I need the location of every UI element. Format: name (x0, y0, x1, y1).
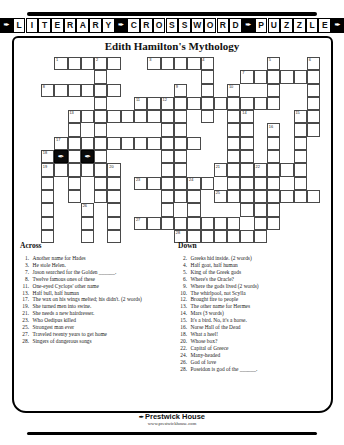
clue-item: 10.The whirlpool, not Scylla (178, 290, 330, 297)
grid-cell[interactable] (147, 137, 160, 150)
crossword-grid: 123456789101112131415161718✒✒19202122232… (41, 57, 320, 243)
grid-cell[interactable]: 26 (81, 203, 94, 216)
clue-item-text: Singers of dangerous songs (33, 338, 92, 345)
clue-item-text: Capital of Greece (191, 345, 229, 352)
grid-cell[interactable] (187, 217, 200, 230)
grid-cell[interactable] (254, 70, 267, 83)
grid-cell[interactable]: 15 (294, 110, 307, 123)
grid-cell[interactable] (214, 97, 227, 110)
grid-cell[interactable] (174, 150, 187, 163)
grid-cell[interactable]: 19 (41, 163, 54, 176)
grid-cell[interactable] (161, 123, 174, 136)
clue-item-text: Norse Hall of the Dead (191, 324, 241, 331)
across-clue-list: 1.Another name for Hades3.He stole Helen… (20, 255, 172, 345)
grid-cell[interactable]: 21 (214, 163, 227, 176)
grid-cell[interactable] (214, 217, 227, 230)
grid-cell[interactable]: 14 (240, 110, 253, 123)
grid-cell[interactable] (240, 163, 253, 176)
grid-cell[interactable] (201, 177, 214, 190)
clue-item-number: 22. (178, 345, 187, 352)
grid-cell[interactable] (94, 177, 107, 190)
grid-cell[interactable] (81, 110, 94, 123)
grid-cell[interactable] (227, 163, 240, 176)
clue-number: 20 (109, 165, 113, 169)
grid-cell[interactable]: 18 (41, 150, 54, 163)
grid-cell[interactable]: 10 (227, 84, 240, 97)
grid-cell[interactable] (94, 163, 107, 176)
clue-item-text: Half bull, half human (33, 290, 79, 297)
grid-cell[interactable]: 13 (68, 110, 81, 123)
grid-cell[interactable] (174, 190, 187, 203)
grid-cell[interactable] (134, 137, 147, 150)
grid-cell[interactable] (147, 177, 160, 190)
clue-item-text: The other name for Hermes (191, 303, 251, 310)
clue-item: 24.Many-headed (178, 352, 330, 359)
letter-tile: O (204, 18, 217, 33)
clue-item-text: King of the Greek gods (191, 269, 242, 276)
clue-item-text: Another name for Hades (33, 255, 86, 262)
grid-cell[interactable] (254, 97, 267, 110)
grid-cell[interactable] (294, 70, 307, 83)
grid-cell[interactable] (267, 97, 280, 110)
clue-item-text: What a heel! (191, 331, 219, 338)
grid-cell[interactable] (240, 203, 253, 216)
letter-tile: R (89, 18, 102, 33)
grid-cell[interactable] (107, 57, 120, 70)
grid-cell[interactable] (107, 137, 120, 150)
clue-item-number: 4. (178, 262, 187, 269)
grid-cell[interactable]: 1 (54, 57, 67, 70)
grid-cell[interactable]: 20 (107, 163, 120, 176)
grid-cell[interactable] (294, 177, 307, 190)
grid-cell[interactable] (94, 137, 107, 150)
grid-cell[interactable] (94, 123, 107, 136)
grid-cell[interactable] (267, 177, 280, 190)
grid-cell[interactable] (294, 190, 307, 203)
clue-item: 1.Another name for Hades (20, 255, 172, 262)
grid-cell[interactable] (174, 217, 187, 230)
grid-cell[interactable] (240, 177, 253, 190)
letter-tile: A (76, 18, 89, 33)
grid-cell[interactable] (147, 110, 160, 123)
grid-cell[interactable] (307, 84, 320, 97)
grid-cell[interactable] (81, 84, 94, 97)
grid-cell[interactable]: 16 (267, 123, 280, 136)
clue-number: 1 (56, 58, 58, 62)
grid-cell[interactable]: 7 (240, 70, 253, 83)
grid-cell[interactable] (107, 84, 120, 97)
quill-icon: ✒ (139, 414, 144, 420)
grid-cell[interactable] (227, 137, 240, 150)
top-rule (27, 12, 317, 16)
grid-cell[interactable] (54, 163, 67, 176)
grid-cell[interactable] (201, 97, 214, 110)
grid-cell[interactable] (121, 110, 134, 123)
clue-item: 11.One-eyed Cyclops' other name (20, 283, 172, 290)
clue-number: 24 (189, 178, 193, 182)
clue-item-text: She needs a new hairdresser. (33, 310, 95, 317)
clue-item-number: 6. (178, 276, 187, 283)
down-clues: Down 2.Greeks hid inside. (2 words)4.Hal… (178, 241, 330, 372)
grid-cell[interactable] (227, 123, 240, 136)
grid-cell[interactable]: 25 (214, 190, 227, 203)
grid-cell[interactable] (81, 137, 94, 150)
letter-tile: C (127, 18, 140, 33)
grid-cell[interactable] (161, 177, 174, 190)
letter-tile: P (255, 18, 268, 33)
clue-item: 13.The other name for Hermes (178, 303, 330, 310)
clue-number: 11 (136, 98, 140, 102)
grid-cell[interactable] (267, 190, 280, 203)
clue-number: 28 (176, 231, 180, 235)
grid-cell[interactable] (294, 163, 307, 176)
grid-cell[interactable] (267, 150, 280, 163)
grid-cell[interactable] (41, 217, 54, 230)
clue-item-text: Half goat, half human (191, 262, 238, 269)
grid-cell[interactable] (267, 84, 280, 97)
letter-tile: R (64, 18, 77, 33)
grid-cell[interactable] (94, 70, 107, 83)
grid-cell[interactable] (161, 150, 174, 163)
grid-cell[interactable] (254, 203, 267, 216)
grid-cell[interactable] (201, 217, 214, 230)
clue-item-text: Whose box? (191, 338, 218, 345)
clue-item: 3.He stole Helen. (20, 262, 172, 269)
clue-item-number: 18. (178, 331, 187, 338)
clue-item-text: Where's the Oracle? (191, 276, 234, 283)
grid-cell[interactable] (174, 137, 187, 150)
grid-cell[interactable] (267, 163, 280, 176)
clue-number: 25 (216, 191, 220, 195)
clue-item: 18.What a heel! (178, 331, 330, 338)
letter-tile: L (306, 18, 319, 33)
grid-cell[interactable]: 11 (134, 97, 147, 110)
clue-number: 13 (69, 111, 73, 115)
clue-number: 21 (216, 165, 220, 169)
grid-cell[interactable] (254, 177, 267, 190)
letter-tile: O (153, 18, 166, 33)
grid-cell[interactable] (161, 203, 174, 216)
grid-cell[interactable]: 17 (54, 137, 67, 150)
clue-item-number: 23. (20, 317, 29, 324)
grid-cell[interactable] (94, 150, 107, 163)
grid-cell[interactable] (240, 190, 253, 203)
clue-number: 6 (309, 58, 311, 62)
clue-number: 12 (162, 98, 166, 102)
grid-cell[interactable]: 2 (94, 57, 107, 70)
grid-cell[interactable] (68, 84, 81, 97)
grid-cell[interactable] (68, 177, 81, 190)
grid-cell[interactable] (280, 190, 293, 203)
grid-cell[interactable] (227, 150, 240, 163)
grid-cell[interactable] (68, 190, 81, 203)
quill-icon: ✒ (84, 153, 90, 161)
clue-item-number: 21. (20, 310, 29, 317)
clue-item: 8.Twelve famous ones of these (20, 276, 172, 283)
clue-number: 17 (56, 138, 60, 142)
grid-cell[interactable] (161, 57, 174, 70)
grid-cell[interactable] (254, 217, 267, 230)
clue-item-number: 2. (178, 255, 187, 262)
grid-cell[interactable] (161, 110, 174, 123)
clue-number: 10 (229, 85, 233, 89)
grid-cell[interactable] (94, 190, 107, 203)
clue-item-text: The wax on his wings melted; his didn't.… (33, 296, 142, 303)
grid-cell[interactable] (187, 97, 200, 110)
clue-item: 27.Traveled twenty years to get home (20, 331, 172, 338)
clue-item-text: Brought fire to people (191, 296, 239, 303)
quill-icon: ✒ (58, 153, 64, 161)
grid-cell[interactable] (94, 110, 107, 123)
grid-cell[interactable] (227, 110, 240, 123)
grid-cell[interactable] (307, 190, 320, 203)
clue-number: 19 (43, 165, 47, 169)
clue-number: 5 (269, 58, 271, 62)
letter-tile: E (318, 18, 331, 33)
grid-cell[interactable] (187, 57, 200, 70)
clue-item-text: Mars (3 words) (191, 310, 224, 317)
clue-item: 19.She turned men into swine. (20, 303, 172, 310)
grid-cell[interactable]: 6 (307, 57, 320, 70)
clue-item-number: 17. (20, 296, 29, 303)
clue-item-text: Strongest man ever (33, 324, 75, 331)
grid-cell[interactable] (107, 177, 120, 190)
grid-cell[interactable]: 5 (267, 57, 280, 70)
clue-number: 8 (43, 85, 45, 89)
header-letter-tiles: ✒LITERARY✒CROSSWORD✒PUZZLE✒ (0, 18, 344, 33)
grid-cell[interactable] (134, 110, 147, 123)
clue-item-text: Greeks hid inside. (2 words) (191, 255, 252, 262)
logo-block-cell: ✒ (54, 150, 67, 163)
clue-item-number: 3. (20, 262, 29, 269)
clue-item-text: Where the gods lived (2 words) (191, 283, 259, 290)
clue-item-text: Twelve famous ones of these (33, 276, 96, 283)
clue-item-number: 15. (178, 317, 187, 324)
grid-cell[interactable] (307, 70, 320, 83)
puzzle-title: Edith Hamilton's Mythology (0, 40, 344, 52)
grid-cell[interactable] (68, 57, 81, 70)
across-clues: Across 1.Another name for Hades3.He stol… (20, 241, 172, 345)
footer: ✒Prestwick House www.prestwickhouse.com (0, 413, 344, 427)
grid-cell[interactable] (81, 57, 94, 70)
grid-cell[interactable] (107, 190, 120, 203)
grid-cell[interactable] (54, 84, 67, 97)
grid-cell[interactable] (174, 177, 187, 190)
grid-cell[interactable] (227, 190, 240, 203)
clue-item-number: 26. (178, 359, 187, 366)
letter-tile: Z (293, 18, 306, 33)
grid-cell[interactable] (187, 190, 200, 203)
grid-cell[interactable] (267, 203, 280, 216)
grid-cell[interactable] (94, 84, 107, 97)
clue-item-number: 9. (178, 283, 187, 290)
clue-item-number: 13. (178, 303, 187, 310)
grid-cell[interactable]: 12 (161, 97, 174, 110)
grid-cell[interactable] (227, 217, 240, 230)
letter-tile: E (51, 18, 64, 33)
clue-item: 28.Poseidon is god of the ______. (178, 366, 330, 373)
clue-number: 23 (136, 178, 140, 182)
clue-item: 16.Norse Hall of the Dead (178, 324, 330, 331)
clue-item-number: 10. (178, 290, 187, 297)
grid-cell[interactable] (161, 137, 174, 150)
grid-cell[interactable] (240, 150, 253, 163)
letter-tile: R (140, 18, 153, 33)
grid-cell[interactable] (240, 137, 253, 150)
letter-tile: Y (102, 18, 115, 33)
clue-item-number: 25. (20, 324, 29, 331)
grid-cell[interactable] (240, 97, 253, 110)
grid-cell[interactable] (174, 97, 187, 110)
grid-cell[interactable] (187, 137, 200, 150)
grid-cell[interactable] (201, 84, 214, 97)
clue-number: 15 (295, 111, 299, 115)
grid-cell[interactable] (267, 70, 280, 83)
grid-cell[interactable] (201, 70, 214, 83)
grid-cell[interactable] (68, 137, 81, 150)
grid-cell[interactable] (280, 70, 293, 83)
clue-item: 13.Half bull, half human (20, 290, 172, 297)
grid-cell[interactable] (294, 150, 307, 163)
grid-cell[interactable] (68, 123, 81, 136)
clue-item-text: Who Oedipus killed (33, 317, 76, 324)
grid-cell[interactable] (41, 190, 54, 203)
grid-cell[interactable]: 3 (147, 57, 160, 70)
letter-tile: T (38, 18, 51, 33)
grid-cell[interactable] (107, 110, 120, 123)
clue-item-text: Jason searched for the Golden ______. (33, 269, 117, 276)
grid-cell[interactable] (307, 123, 320, 136)
clue-item: 21.She needs a new hairdresser. (20, 310, 172, 317)
grid-cell[interactable] (121, 137, 134, 150)
grid-cell[interactable]: 4 (201, 57, 214, 70)
grid-cell[interactable] (254, 190, 267, 203)
clue-item: 9.Where the gods lived (2 words) (178, 283, 330, 290)
grid-cell[interactable] (68, 163, 81, 176)
grid-cell[interactable] (280, 163, 293, 176)
grid-cell[interactable] (81, 217, 94, 230)
grid-cell[interactable] (267, 217, 280, 230)
publisher-brand: ✒Prestwick House (0, 413, 344, 421)
clue-item-text: One-eyed Cyclops' other name (33, 283, 99, 290)
across-heading: Across (20, 241, 172, 250)
quill-logo-tile: ✒ (331, 18, 344, 33)
clue-number: 7 (242, 71, 244, 75)
down-heading: Down (178, 241, 330, 250)
grid-cell[interactable] (227, 177, 240, 190)
clue-item-text: He stole Helen. (33, 262, 66, 269)
clue-number: 26 (83, 204, 87, 208)
clue-item-text: She turned men into swine. (33, 303, 92, 310)
grid-cell[interactable]: 8 (41, 84, 54, 97)
clue-item-text: It's a bird. No, it's a horse. (191, 317, 247, 324)
clue-item-number: 11. (20, 283, 29, 290)
publisher-name: Prestwick House (145, 412, 205, 421)
grid-cell[interactable] (174, 57, 187, 70)
grid-cell[interactable] (41, 177, 54, 190)
clue-number: 16 (269, 125, 273, 129)
letter-tile: R (217, 18, 230, 33)
clue-number: 22 (256, 165, 260, 169)
grid-cell[interactable] (240, 123, 253, 136)
grid-cell[interactable] (267, 137, 280, 150)
clue-item: 25.Strongest man ever (20, 324, 172, 331)
clue-item-text: Many-headed (191, 352, 221, 359)
clue-number: 2 (96, 58, 98, 62)
grid-cell[interactable] (201, 110, 214, 123)
clue-item: 4.Half goat, half human (178, 262, 330, 269)
grid-cell[interactable] (161, 190, 174, 203)
clue-item-number: 27. (20, 331, 29, 338)
grid-cell[interactable] (187, 203, 200, 216)
grid-cell[interactable] (307, 97, 320, 110)
clue-item: 28.Singers of dangerous songs (20, 338, 172, 345)
grid-cell[interactable]: 22 (254, 163, 267, 176)
grid-cell[interactable] (294, 137, 307, 150)
grid-cell[interactable] (174, 163, 187, 176)
grid-cell[interactable] (147, 97, 160, 110)
publisher-url: www.prestwickhouse.com (0, 422, 344, 427)
grid-cell[interactable]: 23 (134, 177, 147, 190)
puzzle-page: ✒LITERARY✒CROSSWORD✒PUZZLE✒ Edith Hamilt… (0, 0, 344, 445)
grid-cell[interactable] (161, 163, 174, 176)
grid-cell[interactable] (68, 150, 81, 163)
clue-number: 27 (136, 218, 140, 222)
clue-number: 3 (149, 58, 151, 62)
down-clue-list: 2.Greeks hid inside. (2 words)4.Half goa… (178, 255, 330, 372)
clue-item: 12.Brought fire to people (178, 296, 330, 303)
clue-item: 7.Jason searched for the Golden ______. (20, 269, 172, 276)
quill-logo-tile: ✒ (115, 18, 128, 33)
clue-item: 2.Greeks hid inside. (2 words) (178, 255, 330, 262)
clue-item: 5.King of the Greek gods (178, 269, 330, 276)
grid-cell[interactable] (81, 163, 94, 176)
grid-cell[interactable] (174, 110, 187, 123)
grid-cell[interactable] (94, 97, 107, 110)
clue-item: 6.Where's the Oracle? (178, 276, 330, 283)
grid-cell[interactable] (41, 203, 54, 216)
grid-cell[interactable] (294, 123, 307, 136)
clue-item-number: 20. (178, 338, 187, 345)
clue-item-number: 5. (178, 269, 187, 276)
clue-item-text: Poseidon is god of the ______. (191, 366, 258, 373)
clue-item: 22.Capital of Greece (178, 345, 330, 352)
clue-item: 14.Mars (3 words) (178, 310, 330, 317)
grid-cell[interactable] (161, 217, 174, 230)
quill-logo-tile: ✒ (242, 18, 255, 33)
grid-cell[interactable] (227, 97, 240, 110)
clue-item-number: 24. (178, 352, 187, 359)
grid-cell[interactable]: 27 (134, 217, 147, 230)
clue-item-number: 28. (20, 338, 29, 345)
letter-tile: L (13, 18, 26, 33)
clue-item-number: 28. (178, 366, 187, 373)
grid-cell[interactable] (147, 217, 160, 230)
grid-cell[interactable] (107, 203, 120, 216)
clue-item: 23.Who Oedipus killed (20, 317, 172, 324)
grid-cell[interactable]: 9 (174, 84, 187, 97)
letter-tile: Z (280, 18, 293, 33)
clue-item: 17.The wax on his wings melted; his didn… (20, 296, 172, 303)
grid-cell[interactable] (307, 110, 320, 123)
bottom-rule (27, 432, 317, 435)
grid-cell[interactable] (174, 123, 187, 136)
letter-tile: W (191, 18, 204, 33)
grid-cell[interactable] (107, 217, 120, 230)
grid-cell[interactable]: 24 (187, 177, 200, 190)
clue-item-number: 14. (178, 310, 187, 317)
clue-item-number: 8. (20, 276, 29, 283)
